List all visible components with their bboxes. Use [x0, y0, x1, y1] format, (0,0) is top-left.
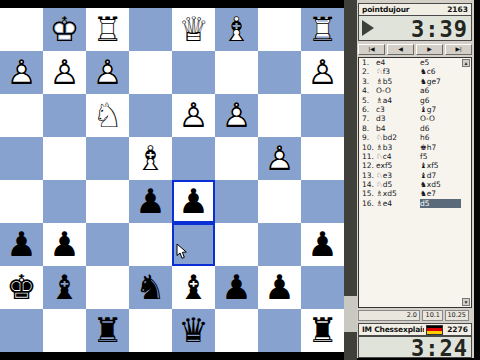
- square-a6[interactable]: ♟: [301, 223, 344, 266]
- black-move[interactable]: ♝d7: [420, 171, 461, 180]
- move-number: 10.: [359, 143, 376, 152]
- move-list[interactable]: 1.e4e52.♘f3♞c63.♗b5♞ge74.O-Oa65.♗a4g66.c…: [358, 57, 472, 308]
- square-g7[interactable]: ♝: [43, 266, 86, 309]
- piece-black-pawn[interactable]: ♟: [43, 223, 86, 266]
- white-move[interactable]: ♗xd5: [376, 189, 420, 198]
- square-g2[interactable]: ♟♙: [43, 51, 86, 94]
- white-move[interactable]: e4: [376, 58, 420, 67]
- square-d5[interactable]: ♟: [172, 180, 215, 223]
- square-e8[interactable]: [129, 309, 172, 352]
- piece-black-king[interactable]: ♚: [0, 266, 43, 309]
- square-h6[interactable]: ♟: [0, 223, 43, 266]
- move-number: 16.: [359, 199, 376, 208]
- square-h1[interactable]: [0, 8, 43, 51]
- move-row: 8.b4d6: [359, 124, 471, 133]
- piece-white-knight[interactable]: ♞♘: [86, 94, 129, 137]
- white-move[interactable]: ♘bd2: [376, 133, 420, 142]
- bottom-player-name: IM Chessexplained: [362, 325, 424, 334]
- white-move[interactable]: ♘d5: [376, 180, 420, 189]
- white-move[interactable]: ♗b5: [376, 77, 420, 86]
- top-clock-time: 3:39: [374, 14, 471, 41]
- bottom-clock-time: 3:24: [359, 334, 471, 360]
- move-row: 11.♘c4f5: [359, 152, 471, 161]
- square-c5[interactable]: [215, 180, 258, 223]
- side-to-move-icon: [362, 20, 374, 36]
- white-move[interactable]: ♗e4: [376, 199, 420, 208]
- move-row: 15.♗xd5♞e7: [359, 189, 471, 198]
- square-b5[interactable]: [258, 180, 301, 223]
- square-b2[interactable]: [258, 51, 301, 94]
- white-move[interactable]: b4: [376, 124, 420, 133]
- square-e7[interactable]: ♞: [129, 266, 172, 309]
- square-b6[interactable]: [258, 223, 301, 266]
- piece-white-pawn[interactable]: ♟♙: [258, 137, 301, 180]
- square-a2[interactable]: ♟♙: [301, 51, 344, 94]
- square-g6[interactable]: ♟: [43, 223, 86, 266]
- piece-black-bishop[interactable]: ♝: [172, 266, 215, 309]
- black-move-selected[interactable]: d5: [420, 199, 461, 208]
- piece-white-rook[interactable]: ♜♖: [301, 8, 344, 51]
- square-h3[interactable]: [0, 94, 43, 137]
- move-row: 7.d3O-O: [359, 114, 471, 123]
- black-move[interactable]: ♞c6: [420, 67, 461, 76]
- move-row: 3.♗b5♞ge7: [359, 77, 471, 86]
- piece-black-pawn[interactable]: ♟: [129, 180, 172, 223]
- move-row: 6.c3♝g7: [359, 105, 471, 114]
- black-move[interactable]: ♞xd5: [420, 180, 461, 189]
- german-flag-icon: [426, 325, 443, 335]
- square-d2[interactable]: [172, 51, 215, 94]
- piece-black-knight[interactable]: ♞: [129, 266, 172, 309]
- move-number: 8.: [359, 124, 376, 133]
- piece-white-pawn[interactable]: ♟♙: [215, 94, 258, 137]
- black-move[interactable]: d6: [420, 124, 461, 133]
- move-number: 2.: [359, 67, 376, 76]
- status-field-2: 10.1: [422, 310, 443, 321]
- square-e4[interactable]: ♝♗: [129, 137, 172, 180]
- square-h2[interactable]: ♟♙: [0, 51, 43, 94]
- piece-white-bishop[interactable]: ♝♗: [215, 8, 258, 51]
- black-move[interactable]: a6: [420, 86, 461, 95]
- status-field-3: 10.25: [445, 310, 469, 321]
- square-d7[interactable]: ♝: [172, 266, 215, 309]
- game-panel: pointdujour 2163 3:39 |◀◀▶▶| 1.e4e52.♘f3…: [357, 0, 474, 360]
- black-move[interactable]: h6: [420, 133, 461, 142]
- move-row: 4.O-Oa6: [359, 86, 471, 95]
- square-f3[interactable]: ♞♘: [86, 94, 129, 137]
- move-number: 14.: [359, 180, 376, 189]
- white-move[interactable]: c3: [376, 105, 420, 114]
- black-move[interactable]: g6: [420, 96, 461, 105]
- black-move[interactable]: ♝g7: [420, 105, 461, 114]
- square-a5[interactable]: [301, 180, 344, 223]
- move-number: 4.: [359, 86, 376, 95]
- square-g8[interactable]: [43, 309, 86, 352]
- move-number: 6.: [359, 105, 376, 114]
- white-move[interactable]: ♘e3: [376, 171, 420, 180]
- move-row: 10.♗b3♚h7: [359, 143, 471, 152]
- square-f5[interactable]: [86, 180, 129, 223]
- square-e5[interactable]: ♟: [129, 180, 172, 223]
- move-row: 1.e4e5: [359, 58, 471, 67]
- white-move[interactable]: ♗a4: [376, 96, 420, 105]
- square-e1[interactable]: [129, 8, 172, 51]
- white-move[interactable]: ♘f3: [376, 67, 420, 76]
- square-a7[interactable]: [301, 266, 344, 309]
- square-c4[interactable]: [215, 137, 258, 180]
- move-number: 3.: [359, 77, 376, 86]
- square-h4[interactable]: [0, 137, 43, 180]
- divider-light-patch: [344, 296, 357, 332]
- top-player-name: pointdujour: [362, 5, 443, 14]
- last-move-button[interactable]: ▶|: [445, 44, 472, 55]
- square-c7[interactable]: ♟: [215, 266, 258, 309]
- move-number: 13.: [359, 171, 376, 180]
- status-row: 2.010.110.25: [358, 310, 472, 322]
- white-move[interactable]: ♗b3: [376, 143, 420, 152]
- top-clock: 3:39: [358, 16, 472, 41]
- mouse-cursor: [176, 243, 188, 260]
- move-number: 5.: [359, 96, 376, 105]
- move-row: 12.exf5♝xf5: [359, 161, 471, 170]
- square-b1[interactable]: [258, 8, 301, 51]
- scroll-up-button[interactable]: ▲: [462, 59, 470, 67]
- move-number: 11.: [359, 152, 376, 161]
- piece-white-queen[interactable]: ♛♕: [172, 8, 215, 51]
- move-row: 14.♘d5♞xd5: [359, 180, 471, 189]
- white-move[interactable]: ♘c4: [376, 152, 420, 161]
- piece-black-rook[interactable]: ♜: [301, 309, 344, 352]
- black-move[interactable]: e5: [420, 58, 461, 67]
- piece-black-pawn[interactable]: ♟: [258, 266, 301, 309]
- square-f1[interactable]: ♜♖: [86, 8, 129, 51]
- move-nav-bar: |◀◀▶▶|: [358, 44, 472, 56]
- black-move[interactable]: O-O: [420, 114, 461, 123]
- white-move[interactable]: d3: [376, 114, 420, 123]
- square-c2[interactable]: [215, 51, 258, 94]
- black-move[interactable]: f5: [420, 152, 461, 161]
- next-move-button[interactable]: ▶: [416, 44, 443, 55]
- piece-black-bishop[interactable]: ♝: [43, 266, 86, 309]
- square-g4[interactable]: [43, 137, 86, 180]
- square-e6[interactable]: [129, 223, 172, 266]
- black-move[interactable]: ♞ge7: [420, 77, 461, 86]
- black-move[interactable]: ♞e7: [420, 189, 461, 198]
- piece-white-pawn[interactable]: ♟♙: [0, 51, 43, 94]
- square-c1[interactable]: ♝♗: [215, 8, 258, 51]
- square-a8[interactable]: ♜: [301, 309, 344, 352]
- square-a3[interactable]: [301, 94, 344, 137]
- piece-black-pawn[interactable]: ♟: [301, 223, 344, 266]
- square-h8[interactable]: [0, 309, 43, 352]
- first-move-button[interactable]: |◀: [358, 44, 385, 55]
- piece-black-rook[interactable]: ♜: [86, 309, 129, 352]
- piece-black-pawn[interactable]: ♟: [0, 223, 43, 266]
- piece-white-pawn[interactable]: ♟♙: [172, 94, 215, 137]
- square-c6[interactable]: [215, 223, 258, 266]
- move-number: 15.: [359, 189, 376, 198]
- square-a4[interactable]: [301, 137, 344, 180]
- piece-white-pawn[interactable]: ♟♙: [43, 51, 86, 94]
- top-player-rating: 2163: [447, 5, 468, 14]
- square-b3[interactable]: [258, 94, 301, 137]
- piece-white-king[interactable]: ♚♔: [43, 8, 86, 51]
- square-f8[interactable]: ♜: [86, 309, 129, 352]
- piece-white-rook[interactable]: ♜♖: [86, 8, 129, 51]
- scroll-down-button[interactable]: ▼: [462, 298, 470, 306]
- square-d1[interactable]: ♛♕: [172, 8, 215, 51]
- prev-move-button[interactable]: ◀: [387, 44, 414, 55]
- piece-black-pawn[interactable]: ♟: [215, 266, 258, 309]
- square-b8[interactable]: [258, 309, 301, 352]
- move-row: 5.♗a4g6: [359, 96, 471, 105]
- move-number: 9.: [359, 133, 376, 142]
- square-d4[interactable]: [172, 137, 215, 180]
- bottom-player-rating: 2276: [447, 325, 468, 334]
- square-e3[interactable]: [129, 94, 172, 137]
- white-move[interactable]: exf5: [376, 161, 420, 170]
- move-number: 12.: [359, 161, 376, 170]
- square-h7[interactable]: ♚: [0, 266, 43, 309]
- square-f7[interactable]: [86, 266, 129, 309]
- square-g3[interactable]: [43, 94, 86, 137]
- square-d8[interactable]: ♛: [172, 309, 215, 352]
- move-row: 13.♘e3♝d7: [359, 171, 471, 180]
- square-a1[interactable]: ♜♖: [301, 8, 344, 51]
- square-g1[interactable]: ♚♔: [43, 8, 86, 51]
- square-f4[interactable]: [86, 137, 129, 180]
- piece-black-queen[interactable]: ♛: [172, 309, 215, 352]
- black-move[interactable]: ♝xf5: [420, 161, 461, 170]
- square-f6[interactable]: [86, 223, 129, 266]
- right-edge-strip: [474, 0, 480, 360]
- status-field-1: 2.0: [358, 310, 420, 321]
- piece-white-pawn[interactable]: ♟♙: [301, 51, 344, 94]
- square-b4[interactable]: ♟♙: [258, 137, 301, 180]
- chess-board[interactable]: ♚♔♜♖♛♕♝♗♜♖♟♙♟♙♟♙♟♙♞♘♟♙♟♙♝♗♟♙♟♟♟♟♟♚♝♞♝♟♟♜…: [0, 8, 344, 352]
- white-move[interactable]: O-O: [376, 86, 420, 95]
- square-b7[interactable]: ♟: [258, 266, 301, 309]
- piece-white-bishop[interactable]: ♝♗: [129, 137, 172, 180]
- square-e2[interactable]: [129, 51, 172, 94]
- move-number: 7.: [359, 114, 376, 123]
- square-c8[interactable]: [215, 309, 258, 352]
- move-row: 16.♗e4d5: [359, 199, 471, 208]
- square-f2[interactable]: ♟♙: [86, 51, 129, 94]
- move-number: 1.: [359, 58, 376, 67]
- square-h5[interactable]: [0, 180, 43, 223]
- square-g5[interactable]: [43, 180, 86, 223]
- square-c3[interactable]: ♟♙: [215, 94, 258, 137]
- move-row: 2.♘f3♞c6: [359, 67, 471, 76]
- bottom-clock: 3:24: [358, 336, 472, 358]
- piece-black-pawn[interactable]: ♟: [172, 180, 215, 223]
- black-move[interactable]: ♚h7: [420, 143, 461, 152]
- move-row: 9.♘bd2h6: [359, 133, 471, 142]
- piece-white-pawn[interactable]: ♟♙: [86, 51, 129, 94]
- square-d3[interactable]: ♟♙: [172, 94, 215, 137]
